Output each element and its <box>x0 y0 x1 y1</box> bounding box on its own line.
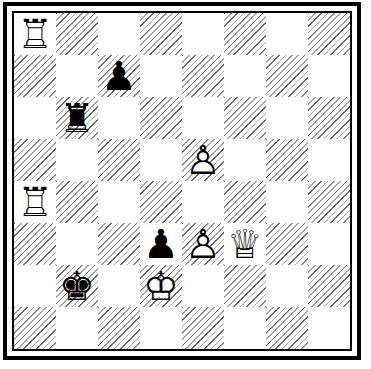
square-f6[interactable] <box>224 97 266 139</box>
square-e5[interactable]: ♟♙ <box>182 139 224 181</box>
square-h7[interactable] <box>308 55 350 97</box>
square-g5[interactable] <box>266 139 308 181</box>
square-h8[interactable] <box>308 13 350 55</box>
square-c6[interactable] <box>98 97 140 139</box>
square-a8[interactable]: ♜♖ <box>14 13 56 55</box>
square-c4[interactable] <box>98 181 140 223</box>
black-king: ♚ <box>56 265 98 307</box>
square-f2[interactable] <box>224 265 266 307</box>
square-a4[interactable]: ♜♖ <box>14 181 56 223</box>
square-g3[interactable] <box>266 223 308 265</box>
square-f5[interactable] <box>224 139 266 181</box>
square-f4[interactable] <box>224 181 266 223</box>
square-h3[interactable] <box>308 223 350 265</box>
square-e1[interactable] <box>182 307 224 349</box>
square-d8[interactable] <box>140 13 182 55</box>
square-b6[interactable]: ♜ <box>56 97 98 139</box>
white-rook: ♜♖ <box>14 13 56 55</box>
square-b8[interactable] <box>56 13 98 55</box>
square-e6[interactable] <box>182 97 224 139</box>
square-b4[interactable] <box>56 181 98 223</box>
square-f7[interactable] <box>224 55 266 97</box>
white-queen: ♛♕ <box>224 223 266 265</box>
square-g1[interactable] <box>266 307 308 349</box>
square-e4[interactable] <box>182 181 224 223</box>
square-a2[interactable] <box>14 265 56 307</box>
black-rook: ♜ <box>56 97 98 139</box>
square-d4[interactable] <box>140 181 182 223</box>
white-pawn: ♟♙ <box>182 139 224 181</box>
square-g2[interactable] <box>266 265 308 307</box>
square-g8[interactable] <box>266 13 308 55</box>
square-h2[interactable] <box>308 265 350 307</box>
square-c2[interactable] <box>98 265 140 307</box>
square-c8[interactable] <box>98 13 140 55</box>
square-c7[interactable]: ♟ <box>98 55 140 97</box>
square-d1[interactable] <box>140 307 182 349</box>
square-g4[interactable] <box>266 181 308 223</box>
square-e2[interactable] <box>182 265 224 307</box>
square-e3[interactable]: ♟♙ <box>182 223 224 265</box>
square-f3[interactable]: ♛♕ <box>224 223 266 265</box>
square-h1[interactable] <box>308 307 350 349</box>
square-b5[interactable] <box>56 139 98 181</box>
square-a7[interactable] <box>14 55 56 97</box>
square-b3[interactable] <box>56 223 98 265</box>
board-inner-border: ♜♖♟♜♟♙♜♖♟♟♙♛♕♚♚♔ <box>12 11 352 351</box>
black-pawn: ♟ <box>98 55 140 97</box>
square-h6[interactable] <box>308 97 350 139</box>
white-pawn: ♟♙ <box>182 223 224 265</box>
square-a1[interactable] <box>14 307 56 349</box>
square-d3[interactable]: ♟ <box>140 223 182 265</box>
square-d2[interactable]: ♚♔ <box>140 265 182 307</box>
square-c1[interactable] <box>98 307 140 349</box>
square-d6[interactable] <box>140 97 182 139</box>
square-f8[interactable] <box>224 13 266 55</box>
board-outer-border: ♜♖♟♜♟♙♜♖♟♟♙♛♕♚♚♔ <box>3 2 361 360</box>
square-g7[interactable] <box>266 55 308 97</box>
square-h4[interactable] <box>308 181 350 223</box>
square-d5[interactable] <box>140 139 182 181</box>
square-g6[interactable] <box>266 97 308 139</box>
square-a5[interactable] <box>14 139 56 181</box>
chess-diagram: ♜♖♟♜♟♙♜♖♟♟♙♛♕♚♚♔ <box>3 2 361 360</box>
square-e8[interactable] <box>182 13 224 55</box>
square-a6[interactable] <box>14 97 56 139</box>
white-king: ♚♔ <box>140 265 182 307</box>
square-d7[interactable] <box>140 55 182 97</box>
square-f1[interactable] <box>224 307 266 349</box>
square-b1[interactable] <box>56 307 98 349</box>
white-rook: ♜♖ <box>14 181 56 223</box>
square-c3[interactable] <box>98 223 140 265</box>
square-b7[interactable] <box>56 55 98 97</box>
square-c5[interactable] <box>98 139 140 181</box>
square-h5[interactable] <box>308 139 350 181</box>
square-e7[interactable] <box>182 55 224 97</box>
black-pawn: ♟ <box>140 223 182 265</box>
square-a3[interactable] <box>14 223 56 265</box>
square-b2[interactable]: ♚ <box>56 265 98 307</box>
chess-board: ♜♖♟♜♟♙♜♖♟♟♙♛♕♚♚♔ <box>14 13 350 349</box>
